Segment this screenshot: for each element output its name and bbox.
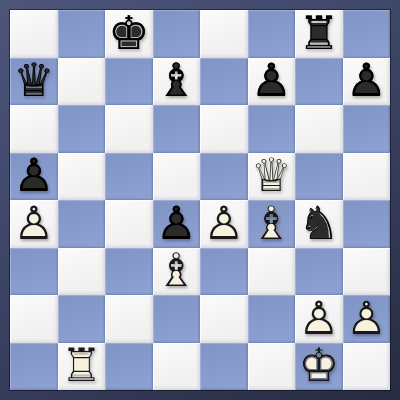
square-e2[interactable]	[200, 295, 248, 343]
square-h2[interactable]: ♟♙	[343, 295, 391, 343]
square-g2[interactable]: ♟♙	[295, 295, 343, 343]
square-c4[interactable]	[105, 200, 153, 248]
square-h1[interactable]	[343, 343, 391, 391]
white-queen[interactable]: ♛♕	[248, 153, 296, 201]
square-e3[interactable]	[200, 248, 248, 296]
square-f2[interactable]	[248, 295, 296, 343]
square-b3[interactable]	[58, 248, 106, 296]
square-h4[interactable]	[343, 200, 391, 248]
white-rook-outline-icon: ♖	[58, 342, 106, 390]
square-g6[interactable]	[295, 105, 343, 153]
white-rook[interactable]: ♜♖	[58, 343, 106, 391]
square-h8[interactable]	[343, 10, 391, 58]
square-a6[interactable]	[10, 105, 58, 153]
white-queen-outline-icon: ♕	[248, 152, 296, 200]
square-e5[interactable]	[200, 153, 248, 201]
black-pawn[interactable]: ♟♙	[10, 153, 58, 201]
black-pawn[interactable]: ♟♙	[248, 58, 296, 106]
square-b5[interactable]	[58, 153, 106, 201]
square-c7[interactable]	[105, 58, 153, 106]
square-b6[interactable]	[58, 105, 106, 153]
white-pawn-outline-icon: ♙	[200, 199, 248, 247]
square-g7[interactable]	[295, 58, 343, 106]
square-g1[interactable]: ♚♔	[295, 343, 343, 391]
square-e8[interactable]	[200, 10, 248, 58]
white-bishop-outline-icon: ♗	[153, 247, 201, 295]
white-bishop[interactable]: ♝♗	[153, 248, 201, 296]
square-d4[interactable]: ♟♙	[153, 200, 201, 248]
square-e4[interactable]: ♟♙	[200, 200, 248, 248]
square-h6[interactable]	[343, 105, 391, 153]
square-e7[interactable]	[200, 58, 248, 106]
square-h3[interactable]	[343, 248, 391, 296]
chess-board: ♚♔♜♖♛♕♝♗♟♙♟♙♟♙♛♕♟♙♟♙♟♙♝♗♞♘♝♗♟♙♟♙♜♖♚♔	[10, 10, 390, 390]
square-f8[interactable]	[248, 10, 296, 58]
square-c1[interactable]	[105, 343, 153, 391]
square-d8[interactable]	[153, 10, 201, 58]
square-c2[interactable]	[105, 295, 153, 343]
square-g4[interactable]: ♞♘	[295, 200, 343, 248]
square-c5[interactable]	[105, 153, 153, 201]
white-pawn-outline-icon: ♙	[343, 294, 391, 342]
square-b1[interactable]: ♜♖	[58, 343, 106, 391]
white-pawn[interactable]: ♟♙	[200, 200, 248, 248]
square-d1[interactable]	[153, 343, 201, 391]
square-a8[interactable]	[10, 10, 58, 58]
square-a2[interactable]	[10, 295, 58, 343]
square-g5[interactable]	[295, 153, 343, 201]
square-f5[interactable]: ♛♕	[248, 153, 296, 201]
black-knight-outline-icon: ♘	[295, 199, 343, 247]
square-g8[interactable]: ♜♖	[295, 10, 343, 58]
black-king[interactable]: ♚♔	[105, 10, 153, 58]
square-c8[interactable]: ♚♔	[105, 10, 153, 58]
square-d5[interactable]	[153, 153, 201, 201]
square-e6[interactable]	[200, 105, 248, 153]
black-knight[interactable]: ♞♘	[295, 200, 343, 248]
white-pawn-outline-icon: ♙	[10, 199, 58, 247]
square-e1[interactable]	[200, 343, 248, 391]
square-f1[interactable]	[248, 343, 296, 391]
square-b4[interactable]	[58, 200, 106, 248]
white-king-outline-icon: ♔	[295, 342, 343, 390]
black-pawn[interactable]: ♟♙	[343, 58, 391, 106]
square-f3[interactable]	[248, 248, 296, 296]
square-b7[interactable]	[58, 58, 106, 106]
square-h5[interactable]	[343, 153, 391, 201]
white-king[interactable]: ♚♔	[295, 343, 343, 391]
black-king-outline-icon: ♔	[105, 9, 153, 57]
square-a3[interactable]	[10, 248, 58, 296]
chess-board-frame: ♚♔♜♖♛♕♝♗♟♙♟♙♟♙♛♕♟♙♟♙♟♙♝♗♞♘♝♗♟♙♟♙♜♖♚♔	[0, 0, 400, 400]
black-pawn-outline-icon: ♙	[343, 57, 391, 105]
black-queen[interactable]: ♛♕	[10, 58, 58, 106]
white-pawn[interactable]: ♟♙	[343, 295, 391, 343]
square-c3[interactable]	[105, 248, 153, 296]
white-bishop[interactable]: ♝♗	[248, 200, 296, 248]
black-pawn[interactable]: ♟♙	[153, 200, 201, 248]
white-bishop-outline-icon: ♗	[248, 199, 296, 247]
black-pawn-outline-icon: ♙	[153, 199, 201, 247]
square-c6[interactable]	[105, 105, 153, 153]
square-b8[interactable]	[58, 10, 106, 58]
black-rook[interactable]: ♜♖	[295, 10, 343, 58]
square-a4[interactable]: ♟♙	[10, 200, 58, 248]
square-g3[interactable]	[295, 248, 343, 296]
square-f7[interactable]: ♟♙	[248, 58, 296, 106]
square-f4[interactable]: ♝♗	[248, 200, 296, 248]
black-pawn-outline-icon: ♙	[248, 57, 296, 105]
square-f6[interactable]	[248, 105, 296, 153]
black-bishop-outline-icon: ♗	[153, 57, 201, 105]
black-pawn-outline-icon: ♙	[10, 152, 58, 200]
white-pawn-outline-icon: ♙	[295, 294, 343, 342]
square-a5[interactable]: ♟♙	[10, 153, 58, 201]
black-bishop[interactable]: ♝♗	[153, 58, 201, 106]
black-queen-outline-icon: ♕	[10, 57, 58, 105]
white-pawn[interactable]: ♟♙	[295, 295, 343, 343]
white-pawn[interactable]: ♟♙	[10, 200, 58, 248]
square-d3[interactable]: ♝♗	[153, 248, 201, 296]
square-h7[interactable]: ♟♙	[343, 58, 391, 106]
square-d7[interactable]: ♝♗	[153, 58, 201, 106]
square-b2[interactable]	[58, 295, 106, 343]
square-a7[interactable]: ♛♕	[10, 58, 58, 106]
square-a1[interactable]	[10, 343, 58, 391]
black-rook-outline-icon: ♖	[295, 9, 343, 57]
square-d2[interactable]	[153, 295, 201, 343]
square-d6[interactable]	[153, 105, 201, 153]
